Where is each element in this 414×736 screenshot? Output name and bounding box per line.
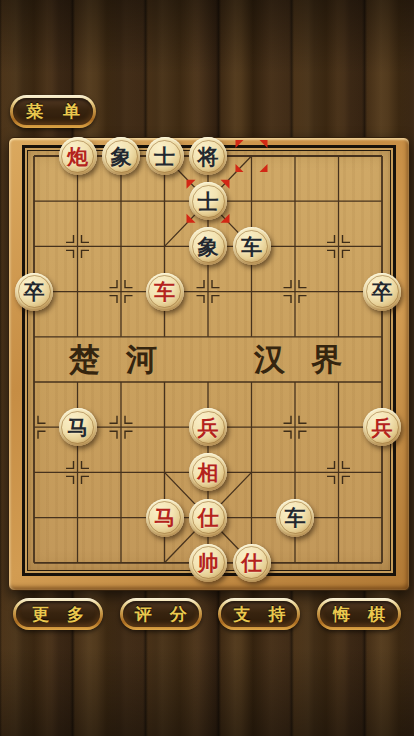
piece-char: 仕 — [198, 507, 219, 528]
piece-black-horse[interactable]: 马 — [59, 408, 97, 446]
piece-char: 仕 — [241, 552, 262, 573]
piece-char: 相 — [198, 462, 219, 483]
piece-char: 车 — [241, 236, 262, 257]
piece-char: 士 — [154, 146, 175, 167]
xiangqi-board: 楚河 汉界 炮象士将士象车卒车卒马兵兵相马仕车帅仕 — [8, 137, 410, 591]
support-button-label: 支持 — [233, 603, 303, 626]
piece-char: 卒 — [372, 281, 393, 302]
piece-red-general[interactable]: 帅 — [189, 544, 227, 582]
rate-button[interactable]: 评分 — [120, 598, 202, 630]
more-button-face: 更多 — [16, 601, 100, 627]
piece-char: 兵 — [372, 417, 393, 438]
piece-char: 炮 — [67, 146, 88, 167]
board-border: 楚河 汉界 炮象士将士象车卒车卒马兵兵相马仕车帅仕 — [22, 145, 396, 576]
undo-button-label: 悔棋 — [333, 603, 403, 626]
bottom-bar: 更多 评分 支持 悔棋 — [13, 598, 401, 630]
piece-red-advisor[interactable]: 仕 — [189, 499, 227, 537]
board-field[interactable]: 楚河 汉界 炮象士将士象车卒车卒马兵兵相马仕车帅仕 — [27, 150, 391, 571]
app-screen: 菜单 楚河 汉界 炮象士将士象车卒车卒马兵兵相马仕车帅仕 更多 评分 — [0, 0, 414, 736]
support-button-face: 支持 — [221, 601, 297, 627]
menu-button[interactable]: 菜单 — [10, 95, 96, 128]
piece-char: 士 — [198, 191, 219, 212]
piece-char: 车 — [285, 507, 306, 528]
piece-black-chariot[interactable]: 车 — [233, 227, 271, 265]
piece-char: 象 — [198, 236, 219, 257]
piece-black-advisor[interactable]: 士 — [189, 182, 227, 220]
piece-red-pawn[interactable]: 兵 — [363, 408, 401, 446]
piece-red-advisor[interactable]: 仕 — [233, 544, 271, 582]
piece-red-chariot[interactable]: 车 — [146, 273, 184, 311]
undo-button[interactable]: 悔棋 — [317, 598, 401, 630]
piece-char: 马 — [67, 417, 88, 438]
piece-black-chariot[interactable]: 车 — [276, 499, 314, 537]
piece-black-elephant[interactable]: 象 — [189, 227, 227, 265]
piece-red-cannon[interactable]: 炮 — [59, 137, 97, 175]
rate-button-face: 评分 — [123, 601, 199, 627]
piece-black-pawn[interactable]: 卒 — [363, 273, 401, 311]
piece-char: 车 — [154, 281, 175, 302]
support-button[interactable]: 支持 — [218, 598, 300, 630]
pieces-layer: 炮象士将士象车卒车卒马兵兵相马仕车帅仕 — [28, 151, 390, 570]
menu-button-label: 菜单 — [26, 100, 100, 123]
rate-button-label: 评分 — [135, 603, 205, 626]
piece-char: 帅 — [198, 552, 219, 573]
undo-button-face: 悔棋 — [320, 601, 398, 627]
piece-black-pawn[interactable]: 卒 — [15, 273, 53, 311]
more-button[interactable]: 更多 — [13, 598, 103, 630]
piece-char: 象 — [111, 146, 132, 167]
menu-button-face: 菜单 — [13, 98, 93, 125]
piece-char: 兵 — [198, 417, 219, 438]
piece-black-elephant[interactable]: 象 — [102, 137, 140, 175]
piece-red-elephant[interactable]: 相 — [189, 453, 227, 491]
piece-black-general[interactable]: 将 — [189, 137, 227, 175]
piece-char: 卒 — [24, 281, 45, 302]
piece-char: 将 — [198, 146, 219, 167]
piece-red-horse[interactable]: 马 — [146, 499, 184, 537]
piece-char: 马 — [154, 507, 175, 528]
piece-black-advisor[interactable]: 士 — [146, 137, 184, 175]
piece-red-pawn[interactable]: 兵 — [189, 408, 227, 446]
more-button-label: 更多 — [32, 603, 102, 626]
